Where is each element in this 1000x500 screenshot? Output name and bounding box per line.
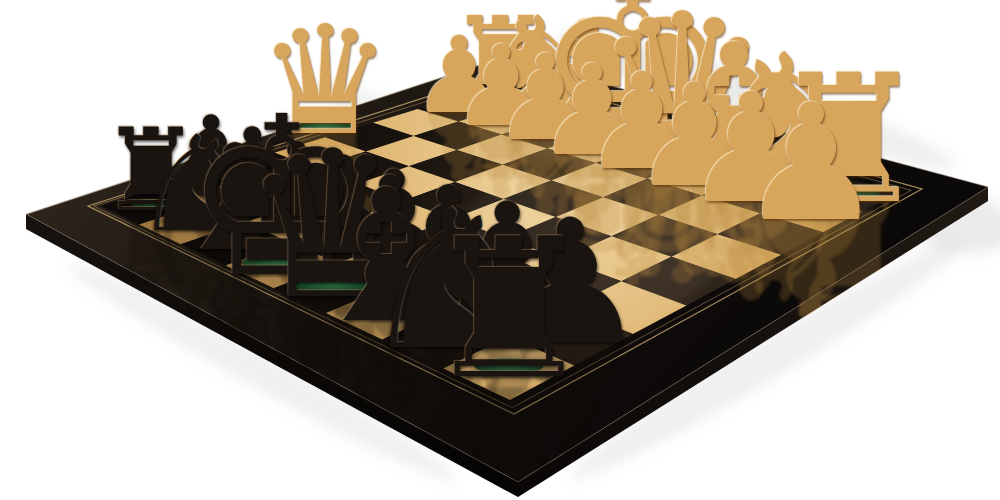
pieces-layer: ♜♞♟♝♟♛♚♟♛♟♝♟♞♟♟♜♟♟♜♟♟♞♟♝♟♚♟♛♟♝♟♞♜ <box>0 0 1000 500</box>
piece-white-pawn-a2: ♟ <box>739 83 884 244</box>
chess-set-photo: ♜♞♟♝♟♛♚♟♛♟♝♟♞♟♟♜♟♟♜♟♟♞♟♝♟♚♟♛♟♝♟♞♜ ♜♞♟♝♟♛… <box>0 0 1000 500</box>
piece-black-rook-a8: ♜ <box>422 213 595 406</box>
